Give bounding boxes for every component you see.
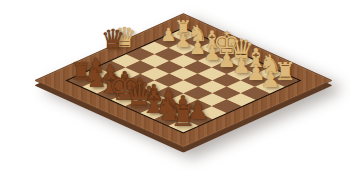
chess-board: [34, 13, 332, 147]
product-photo-scene: ♜♟♞♟♝♟♛♟♚♟♝♟♟♞♜♟♟♜♞♟♟♝♟♛♟♚♟♝♟♞♟♜♛♛: [0, 0, 350, 184]
chess-board-3d-wrap: [0, 0, 350, 184]
board-squares: [65, 27, 301, 133]
